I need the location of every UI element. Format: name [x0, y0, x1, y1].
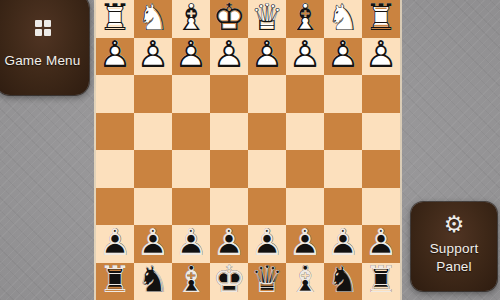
grid-icon — [35, 20, 51, 36]
square-d2[interactable]: ♟♙ — [248, 38, 286, 76]
square-f8[interactable]: ♝♗ — [172, 263, 210, 300]
square-e2[interactable]: ♟♙ — [210, 38, 248, 76]
square-d8[interactable]: ♛♕ — [248, 263, 286, 300]
square-e8[interactable]: ♚♔ — [210, 263, 248, 300]
white-queen: ♛♕ — [248, 0, 286, 38]
square-g8[interactable]: ♞♘ — [134, 263, 172, 300]
black-pawn: ♟♙ — [248, 225, 286, 263]
square-h6[interactable] — [96, 188, 134, 226]
square-a6[interactable] — [362, 188, 400, 226]
black-pawn: ♟♙ — [172, 225, 210, 263]
game-menu-button[interactable]: Game Menu — [0, 0, 89, 95]
square-b1[interactable]: ♞♘ — [324, 0, 362, 38]
square-f6[interactable] — [172, 188, 210, 226]
black-pawn: ♟♙ — [210, 225, 248, 263]
white-pawn: ♟♙ — [210, 38, 248, 76]
square-e4[interactable] — [210, 113, 248, 151]
square-d6[interactable] — [248, 188, 286, 226]
white-pawn: ♟♙ — [96, 38, 134, 76]
square-c8[interactable]: ♝♗ — [286, 263, 324, 300]
black-bishop: ♝♗ — [172, 263, 210, 300]
square-c6[interactable] — [286, 188, 324, 226]
black-pawn: ♟♙ — [134, 225, 172, 263]
white-knight: ♞♘ — [324, 0, 362, 38]
black-queen: ♛♕ — [248, 263, 286, 300]
square-g4[interactable] — [134, 113, 172, 151]
square-e5[interactable] — [210, 150, 248, 188]
black-pawn: ♟♙ — [362, 225, 400, 263]
square-d1[interactable]: ♛♕ — [248, 0, 286, 38]
square-g6[interactable] — [134, 188, 172, 226]
square-a2[interactable]: ♟♙ — [362, 38, 400, 76]
white-pawn: ♟♙ — [362, 38, 400, 76]
square-h5[interactable] — [96, 150, 134, 188]
square-c4[interactable] — [286, 113, 324, 151]
support-panel-label-line2: Panel — [436, 259, 472, 274]
square-d3[interactable] — [248, 75, 286, 113]
white-bishop: ♝♗ — [286, 0, 324, 38]
square-c2[interactable]: ♟♙ — [286, 38, 324, 76]
square-c5[interactable] — [286, 150, 324, 188]
square-f7[interactable]: ♟♙ — [172, 225, 210, 263]
square-g2[interactable]: ♟♙ — [134, 38, 172, 76]
white-knight: ♞♘ — [134, 0, 172, 38]
game-menu-label: Game Menu — [4, 53, 80, 68]
white-king: ♚♔ — [210, 0, 248, 38]
white-pawn: ♟♙ — [286, 38, 324, 76]
square-f4[interactable] — [172, 113, 210, 151]
app-screen: Game Menu ♜♖♞♘♝♗♚♔♛♕♝♗♞♘♜♖♟♙♟♙♟♙♟♙♟♙♟♙♟♙… — [0, 0, 500, 300]
square-h7[interactable]: ♟♙ — [96, 225, 134, 263]
square-h2[interactable]: ♟♙ — [96, 38, 134, 76]
square-h1[interactable]: ♜♖ — [96, 0, 134, 38]
support-panel-label-line1: Support — [430, 241, 479, 256]
square-d4[interactable] — [248, 113, 286, 151]
square-c7[interactable]: ♟♙ — [286, 225, 324, 263]
black-pawn: ♟♙ — [96, 225, 134, 263]
gear-icon: ⚙ — [444, 212, 465, 236]
black-rook: ♜♖ — [96, 263, 134, 300]
square-f5[interactable] — [172, 150, 210, 188]
square-g7[interactable]: ♟♙ — [134, 225, 172, 263]
white-rook: ♜♖ — [96, 0, 134, 38]
support-panel-button[interactable]: ⚙ Support Panel — [411, 202, 497, 291]
square-f1[interactable]: ♝♗ — [172, 0, 210, 38]
square-a3[interactable] — [362, 75, 400, 113]
square-g3[interactable] — [134, 75, 172, 113]
chess-board: ♜♖♞♘♝♗♚♔♛♕♝♗♞♘♜♖♟♙♟♙♟♙♟♙♟♙♟♙♟♙♟♙♟♙♟♙♟♙♟♙… — [94, 0, 402, 300]
square-e3[interactable] — [210, 75, 248, 113]
white-bishop: ♝♗ — [172, 0, 210, 38]
square-a8[interactable]: ♜♖ — [362, 263, 400, 300]
square-a7[interactable]: ♟♙ — [362, 225, 400, 263]
black-king: ♚♔ — [210, 263, 248, 300]
square-a1[interactable]: ♜♖ — [362, 0, 400, 38]
square-g5[interactable] — [134, 150, 172, 188]
square-b3[interactable] — [324, 75, 362, 113]
black-knight: ♞♘ — [324, 263, 362, 300]
white-pawn: ♟♙ — [248, 38, 286, 76]
square-a4[interactable] — [362, 113, 400, 151]
black-knight: ♞♘ — [134, 263, 172, 300]
square-h3[interactable] — [96, 75, 134, 113]
white-pawn: ♟♙ — [172, 38, 210, 76]
square-d7[interactable]: ♟♙ — [248, 225, 286, 263]
black-rook: ♜♖ — [362, 263, 400, 300]
square-e7[interactable]: ♟♙ — [210, 225, 248, 263]
square-g1[interactable]: ♞♘ — [134, 0, 172, 38]
black-pawn: ♟♙ — [286, 225, 324, 263]
white-pawn: ♟♙ — [134, 38, 172, 76]
square-h8[interactable]: ♜♖ — [96, 263, 134, 300]
square-e1[interactable]: ♚♔ — [210, 0, 248, 38]
square-f3[interactable] — [172, 75, 210, 113]
square-b2[interactable]: ♟♙ — [324, 38, 362, 76]
support-panel-label: Support Panel — [430, 240, 479, 276]
square-a5[interactable] — [362, 150, 400, 188]
square-e6[interactable] — [210, 188, 248, 226]
square-d5[interactable] — [248, 150, 286, 188]
square-b4[interactable] — [324, 113, 362, 151]
square-b6[interactable] — [324, 188, 362, 226]
white-rook: ♜♖ — [362, 0, 400, 38]
black-bishop: ♝♗ — [286, 263, 324, 300]
square-h4[interactable] — [96, 113, 134, 151]
square-f2[interactable]: ♟♙ — [172, 38, 210, 76]
square-b7[interactable]: ♟♙ — [324, 225, 362, 263]
black-pawn: ♟♙ — [324, 225, 362, 263]
square-b5[interactable] — [324, 150, 362, 188]
square-c3[interactable] — [286, 75, 324, 113]
square-b8[interactable]: ♞♘ — [324, 263, 362, 300]
white-pawn: ♟♙ — [324, 38, 362, 76]
square-c1[interactable]: ♝♗ — [286, 0, 324, 38]
